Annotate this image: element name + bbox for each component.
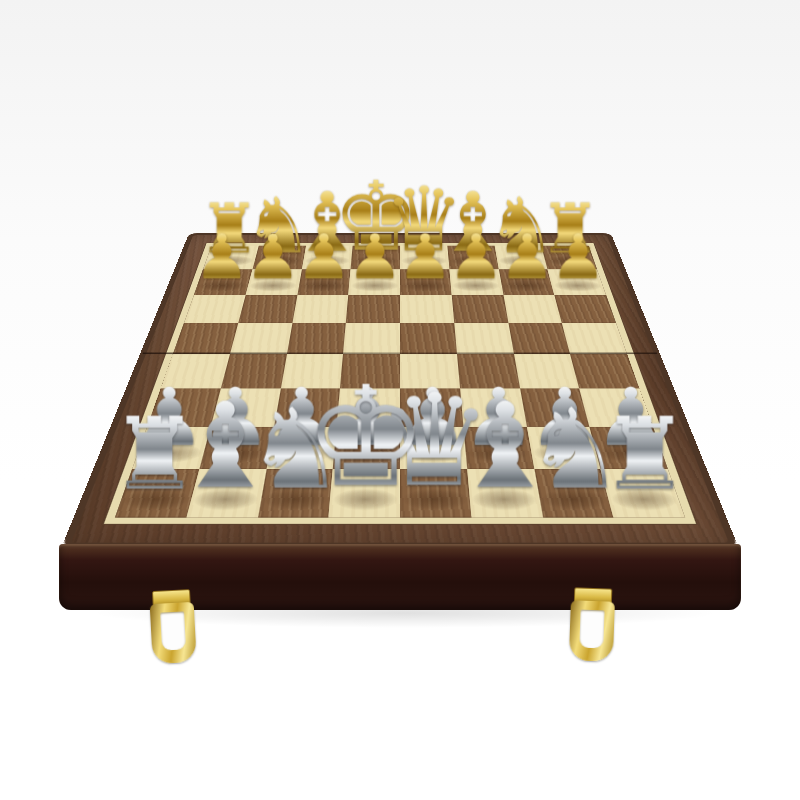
silver-bishop: ♝ (172, 390, 278, 502)
product-photo-stage: ♜♞♝♚♛♝♞♜♟♟♟♟♟♟♟♟♟♟♟♟♟♟♟♟♜♝♞♚♛♝♞♜ (0, 0, 800, 800)
square-r6-c7 (503, 295, 562, 323)
square-r5-c4 (343, 323, 400, 354)
square-r7-c2: ♟ (245, 269, 301, 295)
board-fold-seam (142, 353, 657, 355)
gold-pawn: ♟ (398, 228, 453, 287)
board-perspective-wrap: ♜♞♝♚♛♝♞♜♟♟♟♟♟♟♟♟♟♟♟♟♟♟♟♟♜♝♞♚♛♝♞♜ (140, 94, 660, 614)
square-r7-c7: ♟ (498, 269, 554, 295)
chess-board: ♜♞♝♚♛♝♞♜♟♟♟♟♟♟♟♟♟♟♟♟♟♟♟♟♜♝♞♚♛♝♞♜ (61, 233, 739, 548)
square-r7-c1: ♟ (194, 269, 252, 295)
square-r6-c3 (292, 295, 348, 323)
board-playfield: ♜♞♝♚♛♝♞♜♟♟♟♟♟♟♟♟♟♟♟♟♟♟♟♟♜♝♞♚♛♝♞♜ (104, 243, 696, 524)
board-grid: ♜♞♝♚♛♝♞♜♟♟♟♟♟♟♟♟♟♟♟♟♟♟♟♟♜♝♞♚♛♝♞♜ (115, 246, 685, 518)
square-r6-c8 (555, 295, 616, 323)
left-clasp-icon (144, 589, 202, 670)
square-r5-c6 (454, 323, 513, 354)
square-r5-c3 (287, 323, 346, 354)
square-r5-c5 (400, 323, 457, 354)
square-r1-c6: ♝ (467, 469, 543, 517)
square-r6-c1 (184, 295, 245, 323)
gold-pawn: ♟ (245, 228, 300, 287)
silver-rook: ♜ (600, 408, 689, 503)
left-clasp-hole (160, 611, 186, 650)
square-r6-c6 (452, 295, 508, 323)
square-r7-c6: ♟ (449, 269, 503, 295)
gold-pawn: ♟ (449, 228, 504, 287)
square-r5-c1 (173, 323, 238, 354)
silver-king: ♚ (303, 371, 427, 502)
square-r5-c2 (230, 323, 292, 354)
square-r5-c7 (508, 323, 570, 354)
square-r1-c8: ♜ (601, 469, 685, 517)
left-clasp-loop (150, 602, 197, 664)
right-clasp-icon (564, 587, 621, 667)
gold-pawn: ♟ (347, 228, 402, 287)
gold-pawn: ♟ (194, 228, 249, 287)
square-r1-c2: ♝ (186, 469, 266, 517)
square-r5-c8 (562, 323, 627, 354)
square-r1-c4: ♚ (329, 469, 400, 517)
square-r6-c5 (400, 295, 454, 323)
square-r7-c3: ♟ (297, 269, 351, 295)
right-clasp-loop (569, 600, 615, 661)
silver-bishop: ♝ (452, 390, 558, 502)
square-r7-c5: ♟ (400, 269, 452, 295)
gold-pawn: ♟ (550, 228, 605, 287)
right-clasp-hole (579, 610, 604, 649)
gold-pawn: ♟ (499, 228, 554, 287)
square-r7-c8: ♟ (548, 269, 606, 295)
gold-pawn: ♟ (296, 228, 351, 287)
square-r6-c4 (346, 295, 400, 323)
square-r6-c2 (238, 295, 297, 323)
square-r7-c4: ♟ (348, 269, 400, 295)
